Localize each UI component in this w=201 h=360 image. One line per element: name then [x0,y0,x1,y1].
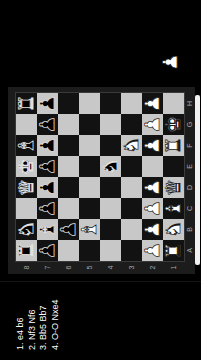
square-h8[interactable]: ♜ [16,93,37,114]
rank-label: 2 [142,261,163,274]
file-label: G [184,114,195,135]
square-b8[interactable]: ♞ [16,219,37,240]
piece-black-pawn-icon[interactable]: ♟ [37,114,58,135]
square-c4[interactable] [100,198,121,219]
square-d1[interactable]: ♛ [163,177,184,198]
square-g6[interactable] [58,114,79,135]
piece-white-pawn-icon[interactable]: ♟ [142,219,163,240]
piece-black-pawn-icon[interactable]: ♟ [37,135,58,156]
square-g2[interactable]: ♟ [142,114,163,135]
piece-black-knight-icon[interactable]: ♞ [16,219,37,240]
piece-black-pawn-icon[interactable]: ♟ [58,219,79,240]
square-g3[interactable] [121,114,142,135]
piece-white-queen-icon[interactable]: ♛ [163,177,184,198]
square-d6[interactable] [58,177,79,198]
square-c2[interactable]: ♟ [142,198,163,219]
rank-labels: 87654321 [16,261,184,274]
file-label: E [184,156,195,177]
captured-white-pawn-icon: ♟ [160,53,181,71]
square-b7[interactable]: ♝ [37,219,58,240]
chess-app: 1. e4 b62. Nf3 Nf63. Bb5 Bb74. O-O Nxe4 … [0,0,201,360]
panel-divider [0,281,201,282]
square-g7[interactable]: ♟ [37,114,58,135]
piece-white-rook-icon[interactable]: ♜ [163,240,184,261]
piece-white-bishop-icon[interactable]: ♝ [163,198,184,219]
square-c7[interactable]: ♟ [37,198,58,219]
piece-black-pawn-icon[interactable]: ♟ [37,198,58,219]
square-d4[interactable] [100,177,121,198]
square-h1[interactable] [163,93,184,114]
square-e2[interactable] [142,156,163,177]
square-f1[interactable]: ♜ [163,135,184,156]
square-a2[interactable]: ♟ [142,240,163,261]
chess-board: 87654321 ♜♞♛♚♝♜♟♝♟♟♟♟♟♟♟♝♞♞♟♟♟♟♟♟♟♜♞♝♛♜♚… [8,87,195,274]
move-list-line: 1. e4 b6 [15,299,27,350]
square-b3[interactable] [121,219,142,240]
square-e1[interactable] [163,156,184,177]
square-a4[interactable] [100,240,121,261]
rank-label: 7 [37,261,58,274]
square-b5[interactable]: ♝ [79,219,100,240]
square-d7[interactable]: ♟ [37,177,58,198]
piece-white-king-icon[interactable]: ♚ [163,114,184,135]
piece-black-bishop-icon[interactable]: ♝ [37,219,58,240]
move-list-line: 3. Bb5 Bb7 [38,299,50,350]
square-e3[interactable] [121,156,142,177]
piece-white-knight-icon[interactable]: ♞ [121,135,142,156]
square-c6[interactable] [58,198,79,219]
square-a3[interactable] [121,240,142,261]
piece-black-pawn-icon[interactable]: ♟ [37,93,58,114]
file-label: D [184,177,195,198]
square-c5[interactable] [79,198,100,219]
square-f4[interactable] [100,135,121,156]
square-h6[interactable] [58,93,79,114]
rank-label: 8 [16,261,37,274]
square-b2[interactable]: ♟ [142,219,163,240]
square-a1[interactable]: ♜ [163,240,184,261]
rank-label: 3 [121,261,142,274]
square-e6[interactable] [58,156,79,177]
square-g5[interactable] [79,114,100,135]
piece-black-rook-icon[interactable]: ♜ [16,240,37,261]
square-c1[interactable]: ♝ [163,198,184,219]
piece-black-pawn-icon[interactable]: ♟ [37,177,58,198]
rank-label: 6 [58,261,79,274]
file-label: F [184,135,195,156]
square-e8[interactable]: ♚ [16,156,37,177]
square-f3[interactable]: ♞ [121,135,142,156]
rank-label: 1 [163,261,184,274]
square-d8[interactable]: ♛ [16,177,37,198]
square-a5[interactable] [79,240,100,261]
square-a8[interactable]: ♜ [16,240,37,261]
piece-black-knight-icon[interactable]: ♞ [100,156,121,177]
move-list: 1. e4 b62. Nf3 Nf63. Bb5 Bb74. O-O Nxe4 [15,299,61,350]
piece-white-knight-icon[interactable]: ♞ [163,219,184,240]
board-squares[interactable]: ♜♞♛♚♝♜♟♝♟♟♟♟♟♟♟♝♞♞♟♟♟♟♟♟♟♜♞♝♛♜♚ [16,93,184,261]
piece-black-pawn-icon[interactable]: ♟ [37,240,58,261]
square-f2[interactable]: ♟ [142,135,163,156]
piece-white-rook-icon[interactable]: ♜ [163,135,184,156]
square-h5[interactable] [79,93,100,114]
square-f7[interactable]: ♟ [37,135,58,156]
square-b4[interactable] [100,219,121,240]
square-c8[interactable] [16,198,37,219]
file-label: A [184,240,195,261]
piece-white-pawn-icon[interactable]: ♟ [142,177,163,198]
rank-label: 5 [79,261,100,274]
square-h7[interactable]: ♟ [37,93,58,114]
captured-pieces-tray: ♟ [158,50,182,74]
square-g4[interactable] [100,114,121,135]
file-label: H [184,93,195,114]
piece-white-pawn-icon[interactable]: ♟ [142,240,163,261]
square-e4[interactable]: ♞ [100,156,121,177]
square-e5[interactable] [79,156,100,177]
piece-white-pawn-icon[interactable]: ♟ [142,93,163,114]
square-h4[interactable] [100,93,121,114]
screen: 1. e4 b62. Nf3 Nf63. Bb5 Bb74. O-O Nxe4 … [0,0,201,360]
square-b6[interactable]: ♟ [58,219,79,240]
square-a6[interactable] [58,240,79,261]
piece-white-pawn-icon[interactable]: ♟ [142,135,163,156]
square-h3[interactable] [121,93,142,114]
square-f5[interactable] [79,135,100,156]
piece-black-queen-icon[interactable]: ♛ [16,177,37,198]
square-d5[interactable] [79,177,100,198]
piece-white-pawn-icon[interactable]: ♟ [142,198,163,219]
progress-bar[interactable] [195,95,200,265]
piece-black-king-icon[interactable]: ♚ [16,156,37,177]
square-a7[interactable]: ♟ [37,240,58,261]
piece-white-pawn-icon[interactable]: ♟ [142,114,163,135]
file-label: B [184,219,195,240]
file-label: C [184,198,195,219]
square-h2[interactable]: ♟ [142,93,163,114]
move-list-line: 2. Nf3 Nf6 [27,299,39,350]
square-d2[interactable]: ♟ [142,177,163,198]
piece-black-rook-icon[interactable]: ♜ [16,93,37,114]
piece-black-bishop-icon[interactable]: ♝ [16,135,37,156]
square-c3[interactable] [121,198,142,219]
square-g1[interactable]: ♚ [163,114,184,135]
file-labels: ABCDEFGH [184,93,195,261]
square-g8[interactable] [16,114,37,135]
square-e7[interactable]: ♟ [37,156,58,177]
piece-black-pawn-icon[interactable]: ♟ [37,156,58,177]
piece-white-bishop-icon[interactable]: ♝ [79,219,100,240]
square-d3[interactable] [121,177,142,198]
square-f8[interactable]: ♝ [16,135,37,156]
rank-label: 4 [100,261,121,274]
square-f6[interactable] [58,135,79,156]
move-list-line: 4. O-O Nxe4 [50,299,62,350]
square-b1[interactable]: ♞ [163,219,184,240]
